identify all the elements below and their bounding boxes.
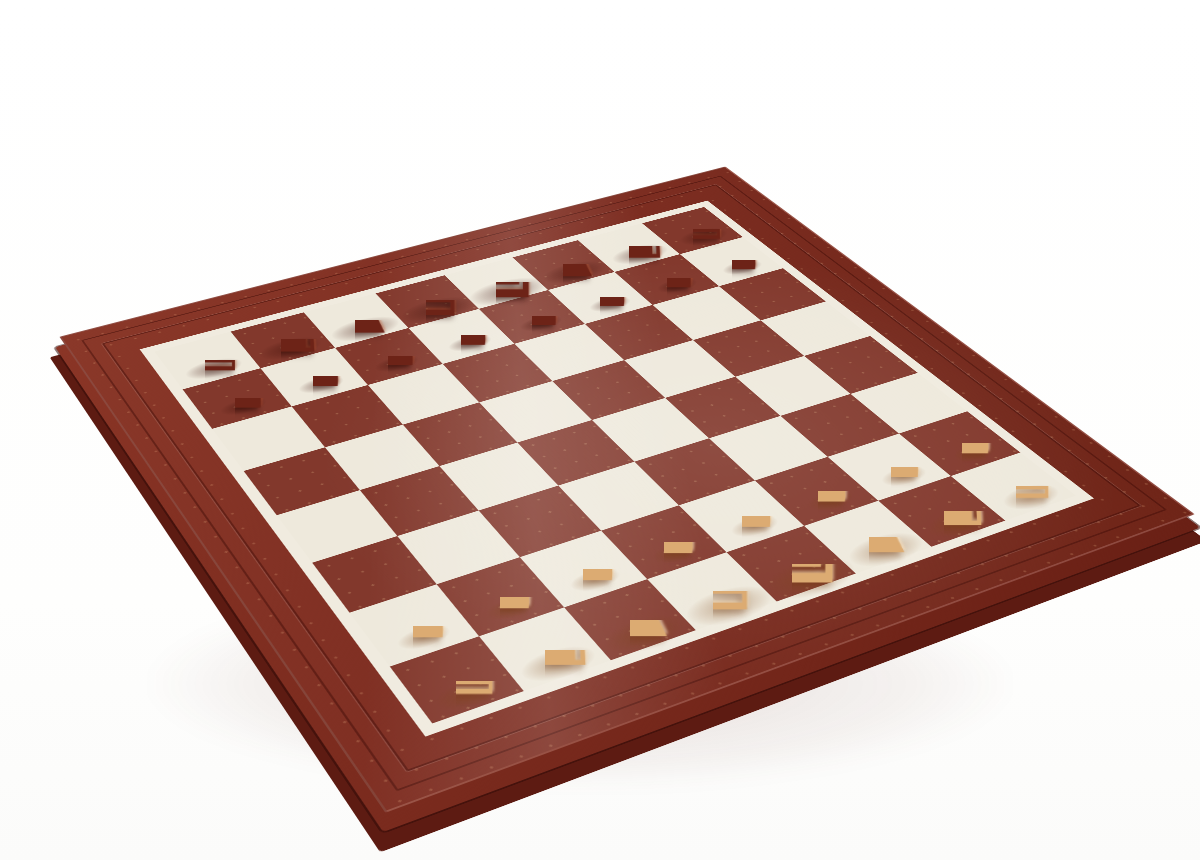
square-b5[interactable] [324, 424, 439, 490]
chess-board: ♜♞♝♛♚♝♞♜♟♟♟♟♟♟♟♟♟♟♟♟♟♟♟♟♜♞♝♛♚♝♞♜ [59, 167, 1194, 813]
square-a5[interactable] [243, 447, 359, 515]
chess-set-photo: ♜♞♝♛♚♝♞♜♟♟♟♟♟♟♟♟♟♟♟♟♟♟♟♟♜♞♝♛♚♝♞♜ [0, 0, 1200, 860]
